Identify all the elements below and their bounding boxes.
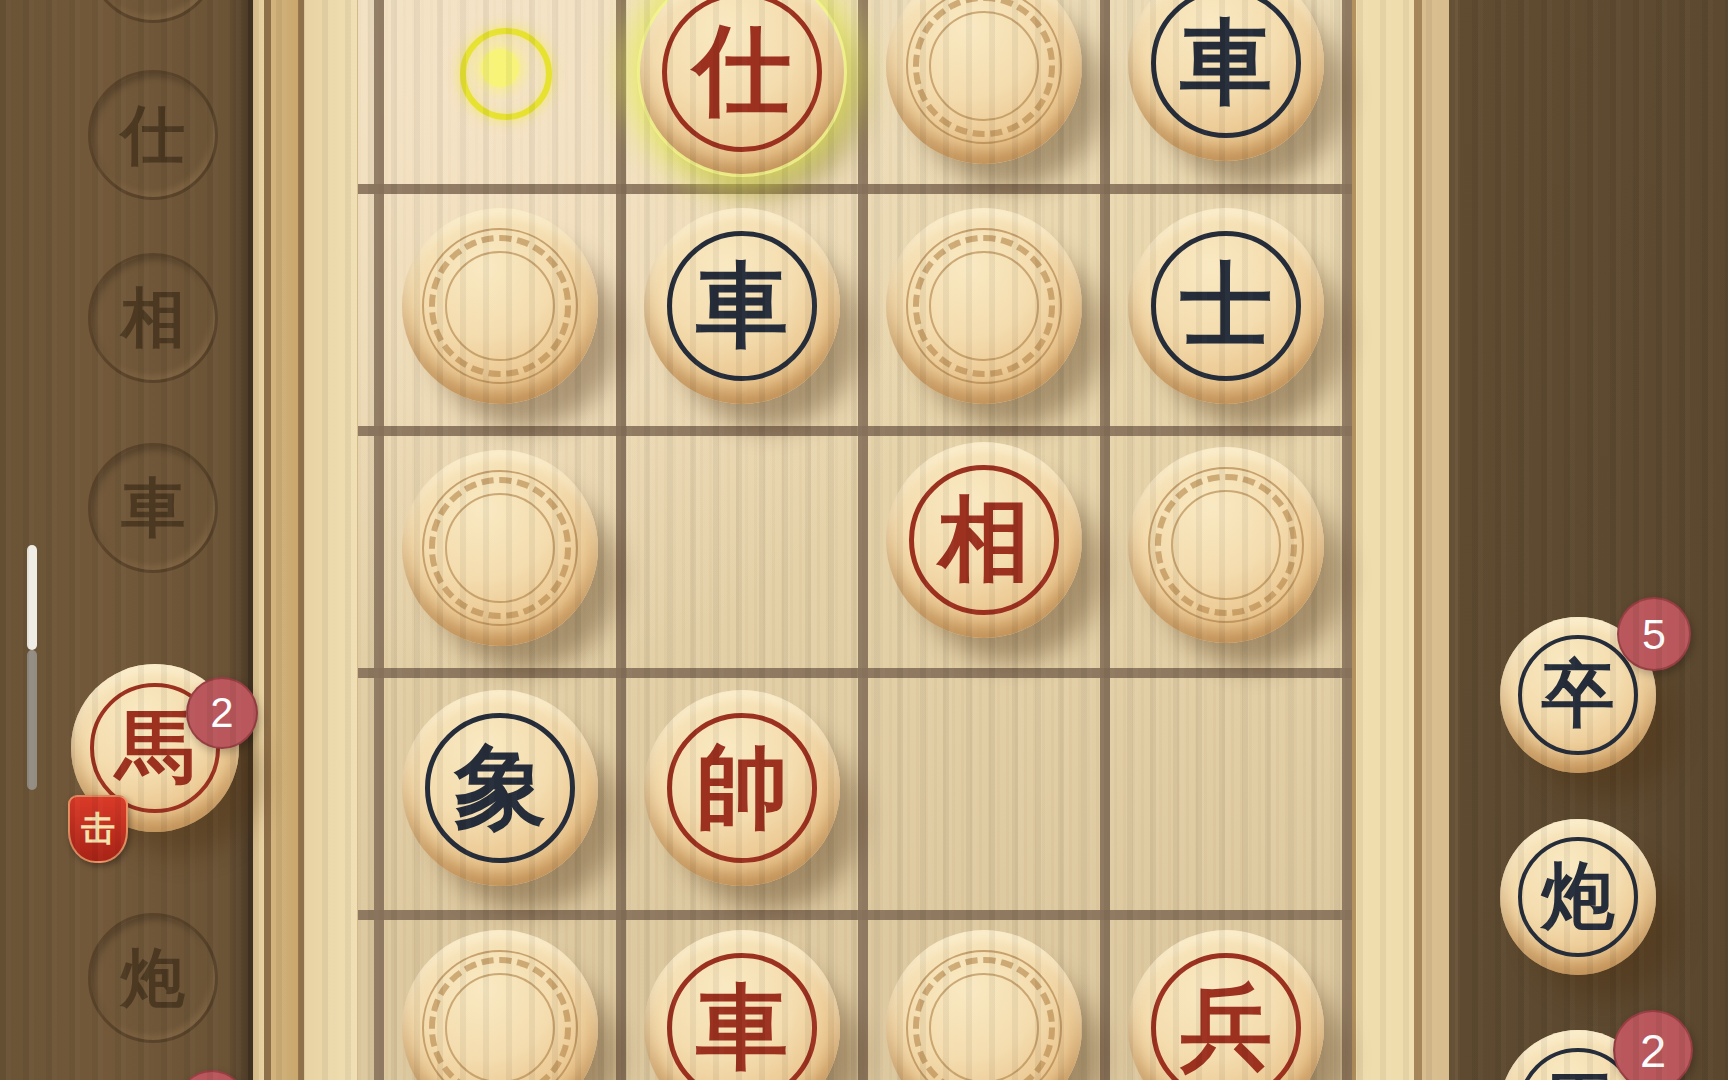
engraved-slot-車: 車 [88,443,218,573]
piece-facedown[interactable] [402,450,598,646]
piece-glyph: 車 [1128,0,1324,161]
piece-facedown[interactable] [886,208,1082,404]
piece-glyph: 仕 [638,0,846,176]
facedown-ring-inner [1171,490,1281,600]
piece-red-兵[interactable]: 兵 [1128,930,1324,1080]
xiangqi-game-screen: 仕車車士相象帥車兵 仕相車炮馬2击 卒5炮馬2 [0,0,1728,1080]
progress-bar-segment-1 [27,650,37,790]
piece-glyph: 車 [644,930,840,1080]
piece-red-仕[interactable]: 仕 [638,0,846,176]
piece-black-士[interactable]: 士 [1128,208,1324,404]
captured-count-badge: 2 [186,677,258,749]
board-horizontal-line-3 [358,910,1352,920]
board-horizontal-line-1 [358,426,1352,436]
piece-facedown[interactable] [1128,447,1324,643]
board-horizontal-line-2 [358,668,1352,678]
piece-black-車[interactable]: 車 [644,208,840,404]
facedown-ring-inner [929,11,1039,121]
piece-glyph: 炮 [1500,819,1656,975]
facedown-ring-inner [929,251,1039,361]
piece-red-帥[interactable]: 帥 [644,690,840,886]
piece-glyph: 相 [886,442,1082,638]
piece-facedown[interactable] [402,208,598,404]
captured-count-badge: 5 [1617,597,1691,671]
piece-black-炮[interactable]: 炮 [1500,819,1656,975]
facedown-ring-inner [929,973,1039,1080]
piece-red-相[interactable]: 相 [886,442,1082,638]
engraved-slot-相: 相 [88,253,218,383]
facedown-ring-inner [445,973,555,1080]
first-move-icon: 击 [68,795,128,863]
facedown-ring-inner [445,251,555,361]
facedown-ring-inner [445,493,555,603]
last-move-marker-dot [481,49,519,87]
piece-glyph: 兵 [1128,930,1324,1080]
piece-red-車[interactable]: 車 [644,930,840,1080]
piece-glyph: 士 [1128,208,1324,404]
piece-glyph: 車 [644,208,840,404]
board-frame-left [248,0,358,1080]
piece-glyph: 象 [402,690,598,886]
engraved-slot-仕: 仕 [88,70,218,200]
board-frame-right [1352,0,1458,1080]
piece-glyph: 帥 [644,690,840,886]
piece-black-車[interactable]: 車 [1128,0,1324,161]
progress-bar-segment-0 [27,545,37,650]
captured-count-badge: 2 [1613,1010,1693,1080]
board-horizontal-line-0 [358,184,1352,194]
piece-black-象[interactable]: 象 [402,690,598,886]
engraved-slot-炮: 炮 [88,913,218,1043]
